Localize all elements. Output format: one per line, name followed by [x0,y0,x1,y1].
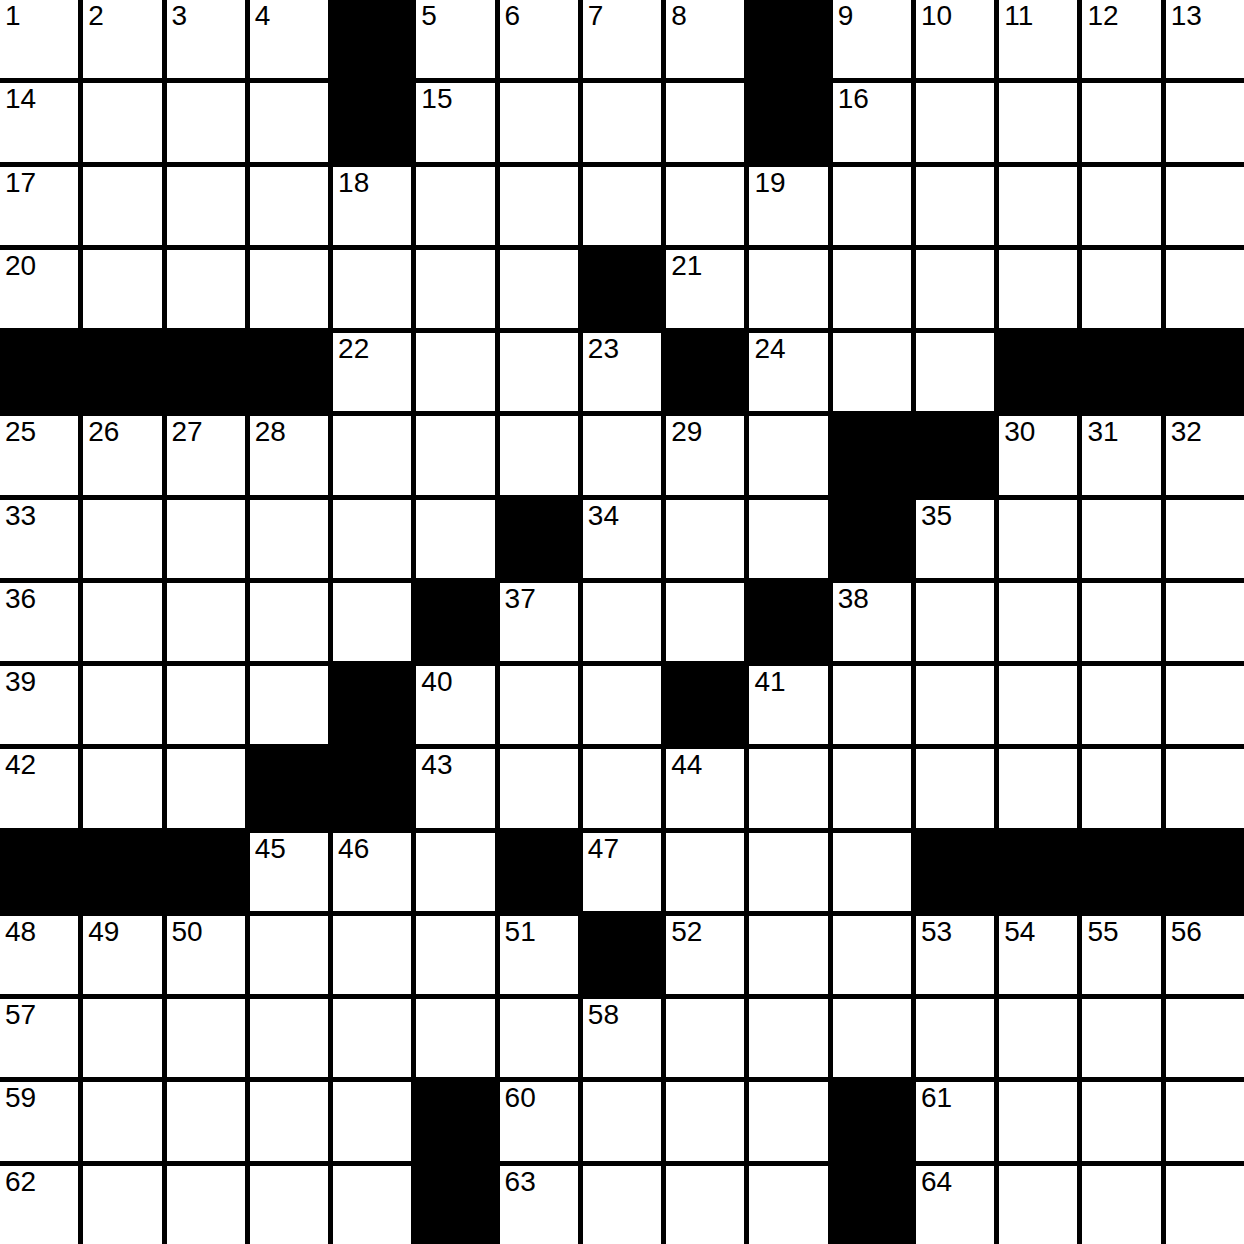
cell-r3c10[interactable]: 19 [749,167,827,245]
clue-number: 49 [88,916,119,948]
black-cell-r11c2 [83,833,161,911]
cell-r9c2[interactable] [83,666,161,744]
clue-number: 56 [1171,916,1202,948]
black-cell-r2c5 [333,83,411,161]
clue-number: 46 [338,833,369,865]
clue-number: 37 [505,583,536,615]
cell-r9c13[interactable] [999,666,1077,744]
clue-number: 42 [5,749,36,781]
cell-r10c11[interactable] [833,749,911,827]
cell-r6c10[interactable] [749,416,827,494]
cell-r7c14[interactable] [1082,500,1160,578]
black-cell-r12c8 [583,916,661,994]
cell-r8c13[interactable] [999,583,1077,661]
clue-number: 13 [1171,0,1202,32]
clue-number: 43 [421,749,452,781]
black-cell-r14c6 [416,1082,494,1160]
cell-r2c1[interactable]: 14 [0,83,78,161]
cell-r6c6[interactable] [416,416,494,494]
cell-r6c13[interactable]: 30 [999,416,1077,494]
clue-number: 12 [1087,0,1118,32]
cell-r14c9[interactable] [666,1082,744,1160]
clue-number: 64 [921,1166,952,1198]
clue-number: 20 [5,250,36,282]
cell-r9c3[interactable] [167,666,245,744]
cell-r7c10[interactable] [749,500,827,578]
clue-number: 1 [5,0,21,32]
cell-r13c15[interactable] [1166,999,1244,1077]
cell-r13c5[interactable] [333,999,411,1077]
cell-r12c2[interactable]: 49 [83,916,161,994]
cell-r3c7[interactable] [500,167,578,245]
cell-r9c8[interactable] [583,666,661,744]
clue-number: 19 [754,167,785,199]
black-cell-r1c5 [333,0,411,78]
clue-number: 52 [671,916,702,948]
cell-r7c6[interactable] [416,500,494,578]
black-cell-r11c3 [167,833,245,911]
clue-number: 61 [921,1082,952,1114]
cell-r10c8[interactable] [583,749,661,827]
cell-r13c3[interactable] [167,999,245,1077]
cell-r15c15[interactable] [1166,1166,1244,1244]
cell-r7c12[interactable]: 35 [916,500,994,578]
black-cell-r5c2 [83,333,161,411]
cell-r4c12[interactable] [916,250,994,328]
cell-r4c4[interactable] [250,250,328,328]
cell-r5c12[interactable] [916,333,994,411]
cell-r1c6[interactable]: 5 [416,0,494,78]
black-cell-r6c12 [916,416,994,494]
cell-r8c3[interactable] [167,583,245,661]
cell-r9c6[interactable]: 40 [416,666,494,744]
cell-r7c3[interactable] [167,500,245,578]
cell-r4c7[interactable] [500,250,578,328]
cell-r7c8[interactable]: 34 [583,500,661,578]
cell-r14c14[interactable] [1082,1082,1160,1160]
clue-number: 59 [5,1082,36,1114]
cell-r15c2[interactable] [83,1166,161,1244]
cell-r12c13[interactable]: 54 [999,916,1077,994]
black-cell-r1c10 [749,0,827,78]
cell-r9c14[interactable] [1082,666,1160,744]
black-cell-r11c12 [916,833,994,911]
cell-r2c13[interactable] [999,83,1077,161]
cell-r12c1[interactable]: 48 [0,916,78,994]
cell-r9c4[interactable] [250,666,328,744]
cell-r5c8[interactable]: 23 [583,333,661,411]
cell-r13c14[interactable] [1082,999,1160,1077]
clue-number: 38 [838,583,869,615]
cell-r3c4[interactable] [250,167,328,245]
cell-r4c15[interactable] [1166,250,1244,328]
cell-r4c1[interactable]: 20 [0,250,78,328]
clue-number: 58 [588,999,619,1031]
black-cell-r7c7 [500,500,578,578]
cell-r7c9[interactable] [666,500,744,578]
cell-r2c8[interactable] [583,83,661,161]
clue-number: 18 [338,167,369,199]
cell-r3c5[interactable]: 18 [333,167,411,245]
cell-r8c8[interactable] [583,583,661,661]
black-cell-r10c4 [250,749,328,827]
cell-r2c4[interactable] [250,83,328,161]
clue-number: 11 [1004,0,1033,32]
cell-r2c12[interactable] [916,83,994,161]
cell-r3c6[interactable] [416,167,494,245]
black-cell-r11c7 [500,833,578,911]
cell-r14c4[interactable] [250,1082,328,1160]
cell-r14c12[interactable]: 61 [916,1082,994,1160]
cell-r13c13[interactable] [999,999,1077,1077]
cell-r11c10[interactable] [749,833,827,911]
cell-r8c2[interactable] [83,583,161,661]
cell-r8c11[interactable]: 38 [833,583,911,661]
clue-number: 62 [5,1166,36,1198]
cell-r13c9[interactable] [666,999,744,1077]
cell-r8c4[interactable] [250,583,328,661]
clue-number: 39 [5,666,36,698]
cell-r3c12[interactable] [916,167,994,245]
cell-r13c4[interactable] [250,999,328,1077]
cell-r3c3[interactable] [167,167,245,245]
cell-r6c9[interactable]: 29 [666,416,744,494]
cell-r2c2[interactable] [83,83,161,161]
cell-r6c5[interactable] [333,416,411,494]
clue-number: 5 [421,0,437,32]
cell-r5c10[interactable]: 24 [749,333,827,411]
cell-r1c13[interactable]: 11 [999,0,1077,78]
cell-r11c11[interactable] [833,833,911,911]
cell-r10c6[interactable]: 43 [416,749,494,827]
black-cell-r5c1 [0,333,78,411]
cell-r2c9[interactable] [666,83,744,161]
cell-r10c10[interactable] [749,749,827,827]
clue-number: 32 [1171,416,1202,448]
cell-r12c11[interactable] [833,916,911,994]
cell-r2c11[interactable]: 16 [833,83,911,161]
cell-r3c13[interactable] [999,167,1077,245]
cell-r2c7[interactable] [500,83,578,161]
cell-r9c11[interactable] [833,666,911,744]
cell-r10c13[interactable] [999,749,1077,827]
cell-r6c15[interactable]: 32 [1166,416,1244,494]
cell-r2c14[interactable] [1082,83,1160,161]
black-cell-r5c15 [1166,333,1244,411]
cell-r1c7[interactable]: 6 [500,0,578,78]
black-cell-r8c6 [416,583,494,661]
black-cell-r14c11 [833,1082,911,1160]
clue-number: 6 [505,0,521,32]
black-cell-r11c1 [0,833,78,911]
cell-r12c5[interactable] [333,916,411,994]
clue-number: 27 [172,416,203,448]
black-cell-r5c3 [167,333,245,411]
cell-r7c2[interactable] [83,500,161,578]
cell-r4c10[interactable] [749,250,827,328]
clue-number: 41 [754,666,785,698]
cell-r10c3[interactable] [167,749,245,827]
cell-r7c13[interactable] [999,500,1077,578]
cell-r8c15[interactable] [1166,583,1244,661]
clue-number: 3 [172,0,188,32]
cell-r15c9[interactable] [666,1166,744,1244]
cell-r4c2[interactable] [83,250,161,328]
cell-r1c11[interactable]: 9 [833,0,911,78]
cell-r14c10[interactable] [749,1082,827,1160]
cell-r2c6[interactable]: 15 [416,83,494,161]
cell-r15c14[interactable] [1082,1166,1160,1244]
cell-r15c1[interactable]: 62 [0,1166,78,1244]
cell-r9c1[interactable]: 39 [0,666,78,744]
cell-r3c9[interactable] [666,167,744,245]
clue-number: 17 [5,167,36,199]
cell-r3c11[interactable] [833,167,911,245]
clue-number: 24 [754,333,785,365]
cell-r13c11[interactable] [833,999,911,1077]
cell-r12c7[interactable]: 51 [500,916,578,994]
cell-r12c15[interactable]: 56 [1166,916,1244,994]
cell-r15c8[interactable] [583,1166,661,1244]
cell-r7c4[interactable] [250,500,328,578]
clue-number: 45 [255,833,286,865]
clue-number: 36 [5,583,36,615]
cell-r1c12[interactable]: 10 [916,0,994,78]
cell-r14c2[interactable] [83,1082,161,1160]
cell-r2c3[interactable] [167,83,245,161]
cell-r14c5[interactable] [333,1082,411,1160]
clue-number: 10 [921,0,952,32]
cell-r3c15[interactable] [1166,167,1244,245]
black-cell-r5c13 [999,333,1077,411]
clue-number: 4 [255,0,271,32]
cell-r2c15[interactable] [1166,83,1244,161]
cell-r4c5[interactable] [333,250,411,328]
cell-r10c9[interactable]: 44 [666,749,744,827]
cell-r8c12[interactable] [916,583,994,661]
cell-r12c12[interactable]: 53 [916,916,994,994]
cell-r1c14[interactable]: 12 [1082,0,1160,78]
crossword-board: 1234567891011121314151617181920212223242… [0,0,1244,1244]
clue-number: 34 [588,500,619,532]
clue-number: 33 [5,500,36,532]
cell-r7c15[interactable] [1166,500,1244,578]
clue-number: 40 [421,666,452,698]
black-cell-r15c11 [833,1166,911,1244]
clue-number: 31 [1087,416,1118,448]
cell-r14c7[interactable]: 60 [500,1082,578,1160]
black-cell-r10c5 [333,749,411,827]
cell-r4c6[interactable] [416,250,494,328]
cell-r1c4[interactable]: 4 [250,0,328,78]
cell-r5c7[interactable] [500,333,578,411]
black-cell-r9c5 [333,666,411,744]
cell-r12c4[interactable] [250,916,328,994]
cell-r5c5[interactable]: 22 [333,333,411,411]
clue-number: 9 [838,0,854,32]
clue-number: 15 [421,83,452,115]
cell-r8c7[interactable]: 37 [500,583,578,661]
cell-r10c1[interactable]: 42 [0,749,78,827]
cell-r13c2[interactable] [83,999,161,1077]
clue-number: 29 [671,416,702,448]
clue-number: 51 [505,916,536,948]
cell-r13c10[interactable] [749,999,827,1077]
clue-number: 2 [88,0,104,32]
cell-r11c8[interactable]: 47 [583,833,661,911]
clue-number: 50 [172,916,203,948]
cell-r10c15[interactable] [1166,749,1244,827]
clue-number: 55 [1087,916,1118,948]
cell-r9c15[interactable] [1166,666,1244,744]
cell-r4c11[interactable] [833,250,911,328]
cell-r4c9[interactable]: 21 [666,250,744,328]
clue-number: 25 [5,416,36,448]
black-cell-r15c6 [416,1166,494,1244]
clue-number: 30 [1004,416,1035,448]
cell-r10c2[interactable] [83,749,161,827]
black-cell-r5c14 [1082,333,1160,411]
cell-r14c8[interactable] [583,1082,661,1160]
cell-r13c6[interactable] [416,999,494,1077]
cell-r1c8[interactable]: 7 [583,0,661,78]
cell-r11c6[interactable] [416,833,494,911]
clue-number: 47 [588,833,619,865]
clue-number: 14 [5,83,36,115]
cell-r12c10[interactable] [749,916,827,994]
cell-r8c5[interactable] [333,583,411,661]
cell-r5c6[interactable] [416,333,494,411]
cell-r9c7[interactable] [500,666,578,744]
cell-r4c14[interactable] [1082,250,1160,328]
cell-r14c13[interactable] [999,1082,1077,1160]
clue-number: 48 [5,916,36,948]
clue-number: 26 [88,416,119,448]
cell-r15c13[interactable] [999,1166,1077,1244]
clue-number: 53 [921,916,952,948]
cell-r12c9[interactable]: 52 [666,916,744,994]
clue-number: 16 [838,83,869,115]
cell-r11c5[interactable]: 46 [333,833,411,911]
cell-r9c12[interactable] [916,666,994,744]
cell-r4c3[interactable] [167,250,245,328]
cell-r15c4[interactable] [250,1166,328,1244]
black-cell-r2c10 [749,83,827,161]
clue-number: 35 [921,500,952,532]
cell-r6c4[interactable]: 28 [250,416,328,494]
cell-r8c1[interactable]: 36 [0,583,78,661]
cell-r5c11[interactable] [833,333,911,411]
cell-r13c1[interactable]: 57 [0,999,78,1077]
black-cell-r5c9 [666,333,744,411]
cell-r15c10[interactable] [749,1166,827,1244]
cell-r3c14[interactable] [1082,167,1160,245]
cell-r1c15[interactable]: 13 [1166,0,1244,78]
clue-number: 28 [255,416,286,448]
cell-r3c8[interactable] [583,167,661,245]
black-cell-r11c14 [1082,833,1160,911]
black-cell-r11c13 [999,833,1077,911]
cell-r4c13[interactable] [999,250,1077,328]
black-cell-r9c9 [666,666,744,744]
cell-r8c9[interactable] [666,583,744,661]
cell-r15c5[interactable] [333,1166,411,1244]
black-cell-r6c11 [833,416,911,494]
cell-r1c2[interactable]: 2 [83,0,161,78]
clue-number: 8 [671,0,687,32]
cell-r9c10[interactable]: 41 [749,666,827,744]
cell-r8c14[interactable] [1082,583,1160,661]
cell-r14c15[interactable] [1166,1082,1244,1160]
cell-r10c12[interactable] [916,749,994,827]
black-cell-r8c10 [749,583,827,661]
black-cell-r4c8 [583,250,661,328]
cell-r7c1[interactable]: 33 [0,500,78,578]
cell-r7c5[interactable] [333,500,411,578]
cell-r11c9[interactable] [666,833,744,911]
cell-r1c9[interactable]: 8 [666,0,744,78]
cell-r6c1[interactable]: 25 [0,416,78,494]
cell-r6c8[interactable] [583,416,661,494]
cell-r3c2[interactable] [83,167,161,245]
cell-r14c3[interactable] [167,1082,245,1160]
cell-r6c7[interactable] [500,416,578,494]
clue-number: 21 [671,250,702,282]
cell-r15c3[interactable] [167,1166,245,1244]
clue-number: 54 [1004,916,1035,948]
cell-r14c1[interactable]: 59 [0,1082,78,1160]
cell-r15c12[interactable]: 64 [916,1166,994,1244]
cell-r6c2[interactable]: 26 [83,416,161,494]
clue-number: 60 [505,1082,536,1114]
clue-number: 63 [505,1166,536,1198]
cell-r6c3[interactable]: 27 [167,416,245,494]
black-cell-r11c15 [1166,833,1244,911]
cell-r10c7[interactable] [500,749,578,827]
cell-r13c8[interactable]: 58 [583,999,661,1077]
clue-number: 22 [338,333,369,365]
clue-number: 7 [588,0,604,32]
clue-number: 23 [588,333,619,365]
cell-r6c14[interactable]: 31 [1082,416,1160,494]
cell-r13c12[interactable] [916,999,994,1077]
black-cell-r7c11 [833,500,911,578]
cell-r15c7[interactable]: 63 [500,1166,578,1244]
cell-r3c1[interactable]: 17 [0,167,78,245]
cell-r12c3[interactable]: 50 [167,916,245,994]
black-cell-r5c4 [250,333,328,411]
cell-r1c3[interactable]: 3 [167,0,245,78]
cell-r13c7[interactable] [500,999,578,1077]
cell-r11c4[interactable]: 45 [250,833,328,911]
cell-r12c6[interactable] [416,916,494,994]
cell-r10c14[interactable] [1082,749,1160,827]
clue-number: 44 [671,749,702,781]
cell-r1c1[interactable]: 1 [0,0,78,78]
clue-number: 57 [5,999,36,1031]
cell-r12c14[interactable]: 55 [1082,916,1160,994]
